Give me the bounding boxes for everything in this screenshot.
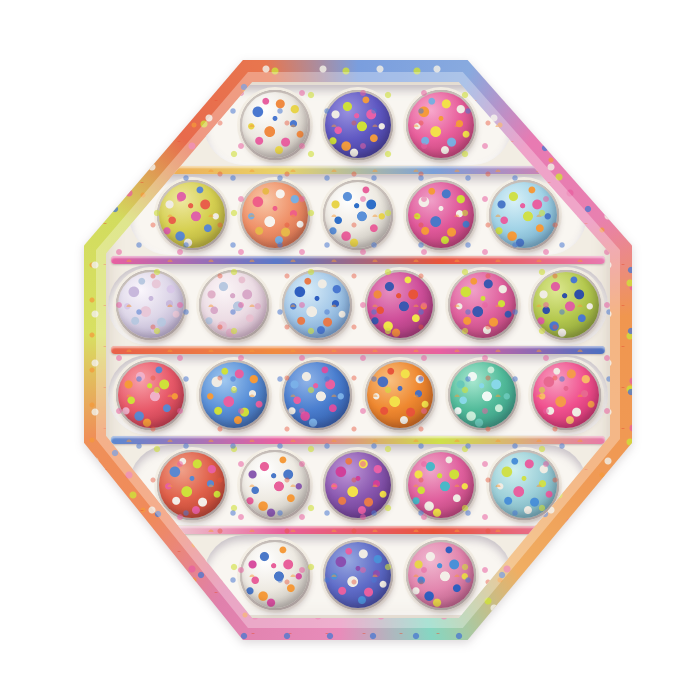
- bubble-r4c5-teal-smooth[interactable]: [445, 357, 521, 433]
- bubble-dome: [450, 272, 516, 338]
- bubble-r3c6-lime-navy[interactable]: [528, 267, 604, 343]
- row-divider-4: [111, 436, 605, 444]
- bubble-r6c2-blue-violet[interactable]: [320, 537, 396, 613]
- row-divider-5: [132, 526, 584, 534]
- bubble-r4c2-blue-white-splat[interactable]: [196, 357, 272, 433]
- bubble-dome: [242, 542, 308, 608]
- bubble-row-2: [129, 175, 587, 255]
- row-divider-1: [132, 166, 584, 174]
- bubble-r2c2-salmon-orange[interactable]: [237, 177, 313, 253]
- bubble-dome: [325, 542, 391, 608]
- bubble-row-1: [204, 85, 512, 165]
- row-divider-3: [111, 346, 605, 354]
- bubble-r2c3-white-blue[interactable]: [320, 177, 396, 253]
- bubble-dome: [118, 272, 184, 338]
- bubble-r1c3-hot-pink-orange[interactable]: [403, 87, 479, 163]
- product-photo: [0, 0, 700, 700]
- bubble-r3c2-pale-pink-iridescent[interactable]: [196, 267, 272, 343]
- bubble-dome: [242, 182, 308, 248]
- bubble-dome: [284, 272, 350, 338]
- bubble-r1c1-white-multicolor[interactable]: [237, 87, 313, 163]
- bubble-dome: [325, 182, 391, 248]
- bubble-row-3: [108, 265, 608, 345]
- bubble-dome: [408, 452, 474, 518]
- bubble-dome: [201, 362, 267, 428]
- bubble-dome: [159, 452, 225, 518]
- bubble-dome: [450, 362, 516, 428]
- bubble-r4c3-blue-pink-splat[interactable]: [279, 357, 355, 433]
- bubble-r4c6-hot-pink-smooth[interactable]: [528, 357, 604, 433]
- bubble-r5c2-white-blue-orange[interactable]: [237, 447, 313, 523]
- bubble-r6c1-white-pink-blue[interactable]: [237, 537, 313, 613]
- bubble-r3c1-pale-lavender-iridescent[interactable]: [113, 267, 189, 343]
- bubble-r2c1-yellow-green[interactable]: [154, 177, 230, 253]
- bubble-r5c4-pink-lime-teal[interactable]: [403, 447, 479, 523]
- bubble-dome: [159, 182, 225, 248]
- row-divider-2: [111, 256, 605, 264]
- bubble-row-5: [129, 445, 587, 525]
- bubble-dome: [533, 272, 599, 338]
- bubble-dome: [408, 182, 474, 248]
- bubble-dome: [491, 452, 557, 518]
- bubble-dome: [367, 362, 433, 428]
- pop-it-board: [84, 60, 632, 640]
- bubble-r3c3-light-blue-navy[interactable]: [279, 267, 355, 343]
- bubble-r4c1-pink-red-lime[interactable]: [113, 357, 189, 433]
- bubble-r2c5-light-blue-pink[interactable]: [486, 177, 562, 253]
- bubble-row-6: [204, 535, 512, 615]
- bubble-dome: [325, 452, 391, 518]
- bubble-r3c4-magenta-red-core[interactable]: [362, 267, 438, 343]
- bubble-dome: [533, 362, 599, 428]
- bubble-r6c3-pink-blue-splat[interactable]: [403, 537, 479, 613]
- bubble-dome: [284, 362, 350, 428]
- bubble-dome: [491, 182, 557, 248]
- bubble-dome: [367, 272, 433, 338]
- bubble-dome: [118, 362, 184, 428]
- bubble-r3c5-pink-lime[interactable]: [445, 267, 521, 343]
- bubble-dome: [408, 92, 474, 158]
- bubble-r5c3-purple-magenta[interactable]: [320, 447, 396, 523]
- bubble-dome: [408, 542, 474, 608]
- bubble-dome: [242, 92, 308, 158]
- bubble-r4c4-orange-blue[interactable]: [362, 357, 438, 433]
- bubble-r2c4-magenta-pink[interactable]: [403, 177, 479, 253]
- bubble-row-4: [108, 355, 608, 435]
- bubble-dome: [325, 92, 391, 158]
- bubble-dome: [242, 452, 308, 518]
- bubble-dome: [201, 272, 267, 338]
- bubble-r1c2-indigo-splatter[interactable]: [320, 87, 396, 163]
